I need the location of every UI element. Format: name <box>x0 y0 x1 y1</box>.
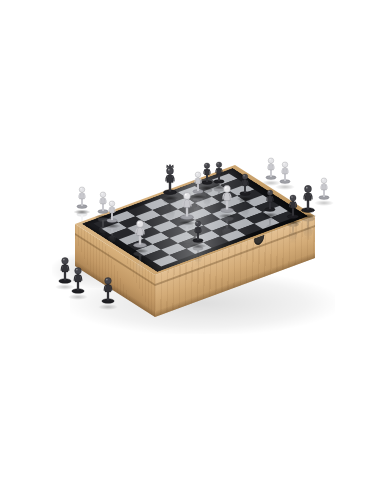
chess-piece-gunmetal-pawn-g3[interactable] <box>191 218 206 247</box>
chess-piece-gunmetal-pawn-h7[interactable] <box>285 192 302 223</box>
chess-piece-silver-pawn-a1[interactable] <box>75 184 90 213</box>
chess-piece-gunmetal-pawn-g6[interactable] <box>263 187 278 216</box>
chess-piece-gunmetal-pawn[interactable] <box>69 264 87 298</box>
chess-piece-silver-pawn-f1[interactable] <box>131 217 150 252</box>
chess-piece-gunmetal-pawn-d7[interactable] <box>238 171 253 200</box>
chess-piece-silver-pawn[interactable] <box>317 175 332 204</box>
chess-piece-silver-pawn-e5[interactable] <box>218 182 237 217</box>
chess-piece-silver-pawn[interactable] <box>278 159 293 188</box>
chess-piece-silver-pawn-b1[interactable] <box>105 198 120 227</box>
chess-piece-gunmetal-pawn[interactable] <box>99 274 117 308</box>
chess-piece-silver-pawn[interactable] <box>264 155 279 184</box>
product-photo-stage <box>0 0 381 492</box>
